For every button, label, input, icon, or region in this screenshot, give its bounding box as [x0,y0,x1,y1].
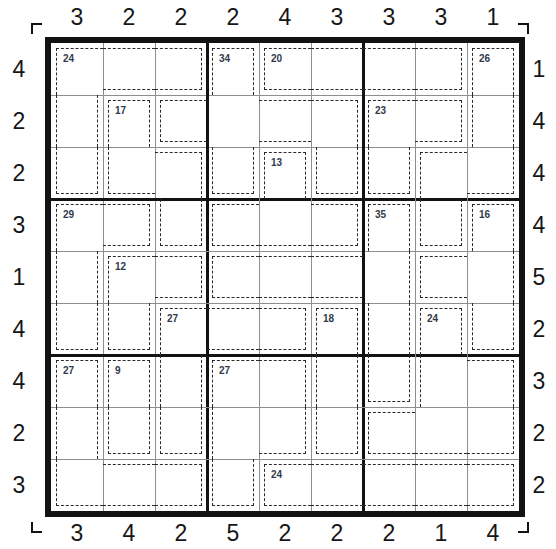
clue-top-9: 1 [467,2,519,32]
cell-r5c3[interactable] [155,251,207,303]
puzzle-canvas: 322243331 342522214 422314423 144452322 … [0,0,556,549]
cell-r9c4[interactable] [207,459,259,511]
cell-r2c8[interactable] [415,95,467,147]
cell-r7c4[interactable] [207,355,259,407]
clue-left-2: 2 [2,95,36,147]
cell-r9c5[interactable] [259,459,311,511]
cell-r7c8[interactable] [415,355,467,407]
cell-r7c1[interactable] [51,355,103,407]
cell-r9c8[interactable] [415,459,467,511]
cell-r3c3[interactable] [155,147,207,199]
cell-r4c6[interactable] [311,199,363,251]
cell-r1c6[interactable] [311,43,363,95]
cell-r5c6[interactable] [311,251,363,303]
clue-left-5: 1 [2,251,36,303]
cell-r6c5[interactable] [259,303,311,355]
cell-r2c3[interactable] [155,95,207,147]
cell-r1c1[interactable] [51,43,103,95]
cell-r1c5[interactable] [259,43,311,95]
cell-r9c1[interactable] [51,459,103,511]
cell-r7c9[interactable] [467,355,519,407]
clue-right-7: 3 [522,355,556,407]
cell-r4c4[interactable] [207,199,259,251]
clue-top-2: 2 [103,2,155,32]
clue-right-2: 4 [522,95,556,147]
cell-r5c9[interactable] [467,251,519,303]
cell-r2c9[interactable] [467,95,519,147]
clue-top-8: 3 [415,2,467,32]
cell-r5c8[interactable] [415,251,467,303]
clue-top-3: 2 [155,2,207,32]
cell-r6c2[interactable] [103,303,155,355]
clue-left-3: 2 [2,147,36,199]
clue-bottom-8: 1 [415,518,467,548]
cell-r8c1[interactable] [51,407,103,459]
cell-r3c4[interactable] [207,147,259,199]
clue-bottom-6: 2 [311,518,363,548]
cell-r8c8[interactable] [415,407,467,459]
cell-r6c1[interactable] [51,303,103,355]
cell-r7c5[interactable] [259,355,311,407]
cell-r1c7[interactable] [363,43,415,95]
clue-top-1: 3 [51,2,103,32]
cell-r2c2[interactable] [103,95,155,147]
cell-r8c4[interactable] [207,407,259,459]
cell-r1c4[interactable] [207,43,259,95]
corner-tick-bottom-left [31,522,42,533]
clue-top-6: 3 [311,2,363,32]
cell-r2c1[interactable] [51,95,103,147]
cell-r9c9[interactable] [467,459,519,511]
cell-r2c4[interactable] [207,95,259,147]
cell-r4c5[interactable] [259,199,311,251]
cell-r3c2[interactable] [103,147,155,199]
cell-r8c2[interactable] [103,407,155,459]
clue-bottom-3: 2 [155,518,207,548]
cell-r1c3[interactable] [155,43,207,95]
cell-r5c2[interactable] [103,251,155,303]
cell-r6c9[interactable] [467,303,519,355]
cell-r6c7[interactable] [363,303,415,355]
clue-bottom-9: 4 [467,518,519,548]
clue-right-9: 2 [522,459,556,511]
cell-r8c6[interactable] [311,407,363,459]
cell-r3c8[interactable] [415,147,467,199]
cell-r6c8[interactable] [415,303,467,355]
corner-tick-top-left [31,23,42,34]
cell-r2c7[interactable] [363,95,415,147]
clue-right-8: 2 [522,407,556,459]
cell-r6c3[interactable] [155,303,207,355]
cell-r4c9[interactable] [467,199,519,251]
clue-right-3: 4 [522,147,556,199]
cell-r1c9[interactable] [467,43,519,95]
cell-r5c5[interactable] [259,251,311,303]
cell-r7c2[interactable] [103,355,155,407]
clue-left-8: 2 [2,407,36,459]
clue-right-6: 2 [522,303,556,355]
clue-bottom-4: 5 [207,518,259,548]
cell-r7c6[interactable] [311,355,363,407]
cell-r4c7[interactable] [363,199,415,251]
clue-bottom-2: 4 [103,518,155,548]
cell-r9c6[interactable] [311,459,363,511]
cell-r3c1[interactable] [51,147,103,199]
cell-r5c7[interactable] [363,251,415,303]
clue-left-9: 3 [2,459,36,511]
cell-r3c7[interactable] [363,147,415,199]
cell-r8c3[interactable] [155,407,207,459]
clue-left-4: 3 [2,199,36,251]
cell-r4c8[interactable] [415,199,467,251]
clue-left-7: 4 [2,355,36,407]
cell-r7c3[interactable] [155,355,207,407]
corner-tick-bottom-right [518,522,529,533]
clue-right-5: 5 [522,251,556,303]
clue-bottom-7: 2 [363,518,415,548]
clue-right-1: 1 [522,43,556,95]
cell-r4c3[interactable] [155,199,207,251]
cell-r8c9[interactable] [467,407,519,459]
cell-r2c6[interactable] [311,95,363,147]
clue-top-7: 3 [363,2,415,32]
cell-r9c3[interactable] [155,459,207,511]
cell-r9c2[interactable] [103,459,155,511]
clue-left-6: 4 [2,303,36,355]
cell-r1c8[interactable] [415,43,467,95]
cell-r8c7[interactable] [363,407,415,459]
cell-r4c2[interactable] [103,199,155,251]
cell-r3c6[interactable] [311,147,363,199]
clue-bottom-1: 3 [51,518,103,548]
cell-r5c4[interactable] [207,251,259,303]
cell-r7c7[interactable] [363,355,415,407]
cell-r3c9[interactable] [467,147,519,199]
clue-right-4: 4 [522,199,556,251]
sudoku-grid: 24342026172313293516122718242792724 [45,37,525,517]
cell-r2c5[interactable] [259,95,311,147]
cell-r1c2[interactable] [103,43,155,95]
clue-top-5: 4 [259,2,311,32]
corner-tick-top-right [518,23,529,34]
cell-r9c7[interactable] [363,459,415,511]
cell-r8c5[interactable] [259,407,311,459]
cell-r5c1[interactable] [51,251,103,303]
clue-left-1: 4 [2,43,36,95]
cell-r3c5[interactable] [259,147,311,199]
cell-r4c1[interactable] [51,199,103,251]
clue-top-4: 2 [207,2,259,32]
cell-r6c4[interactable] [207,303,259,355]
clue-bottom-5: 2 [259,518,311,548]
cell-r6c6[interactable] [311,303,363,355]
